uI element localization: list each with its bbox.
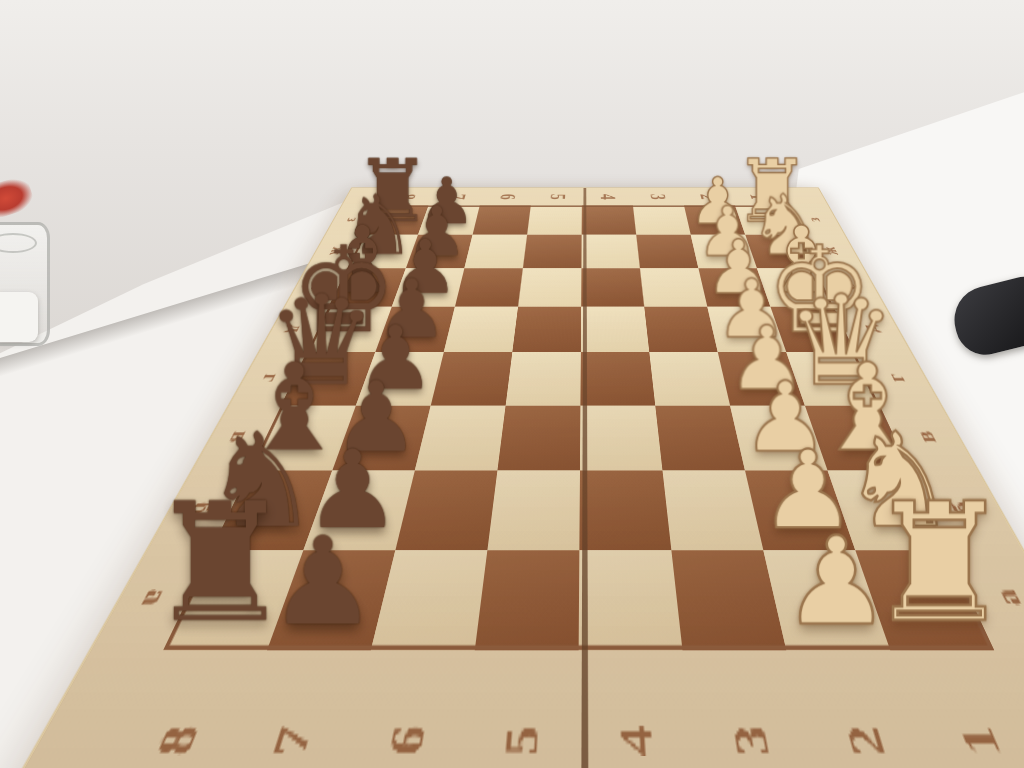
far-edge-band-cell: 3 bbox=[631, 188, 684, 205]
board-square[interactable] bbox=[579, 550, 683, 650]
photo-scene: { "game": "chess", "scene": { "descripti… bbox=[0, 0, 1024, 768]
rank-label: 4 bbox=[608, 724, 663, 754]
board-square[interactable] bbox=[455, 268, 523, 307]
board-square[interactable] bbox=[444, 307, 518, 352]
board-square[interactable] bbox=[581, 235, 640, 268]
board-square[interactable] bbox=[662, 471, 763, 551]
board-square[interactable] bbox=[527, 205, 582, 234]
board-square[interactable] bbox=[581, 307, 649, 352]
board-square[interactable] bbox=[649, 352, 730, 406]
rank-label: 3 bbox=[645, 194, 669, 200]
board-square[interactable] bbox=[523, 235, 582, 268]
board-square[interactable] bbox=[636, 235, 698, 268]
board-square[interactable] bbox=[506, 352, 581, 406]
board-square[interactable] bbox=[579, 471, 671, 551]
board-square[interactable] bbox=[497, 406, 580, 471]
rank-label: 8 bbox=[144, 724, 211, 754]
rank-label: 4 bbox=[595, 194, 619, 200]
board-square[interactable]: ♜ bbox=[855, 550, 994, 650]
chessboard-perspective-wrap: 87654321з♜♟♟♜зж♞♟♟♞же♝♟♟♝ед♚♟♟♚дг♛♟♟♛гв♝… bbox=[0, 188, 1024, 768]
board-square[interactable] bbox=[633, 205, 691, 234]
board-square[interactable] bbox=[580, 352, 655, 406]
board-square[interactable] bbox=[487, 471, 580, 551]
rank-label: 6 bbox=[376, 724, 435, 754]
board-square[interactable] bbox=[431, 352, 513, 406]
rank-label: 2 bbox=[833, 724, 896, 754]
rank-label: 5 bbox=[545, 194, 569, 200]
board-square[interactable] bbox=[580, 406, 663, 471]
board-square[interactable]: ♟ bbox=[267, 550, 395, 650]
rank-label: 5 bbox=[492, 724, 548, 754]
far-edge-band-cell: 6 bbox=[480, 188, 533, 205]
board-square[interactable] bbox=[644, 307, 718, 352]
board-square[interactable] bbox=[582, 205, 637, 234]
far-edge-band-cell: 5 bbox=[531, 188, 582, 205]
chess-piece-black-pawn[interactable]: ♟ bbox=[267, 525, 376, 640]
board-square[interactable] bbox=[518, 268, 581, 307]
board-square[interactable] bbox=[475, 550, 580, 650]
board-square[interactable] bbox=[464, 235, 527, 268]
board-square[interactable] bbox=[581, 268, 644, 307]
rank-label: 6 bbox=[495, 194, 520, 200]
chess-piece-white-rook[interactable]: ♜ bbox=[865, 485, 1012, 640]
rank-label: 3 bbox=[721, 724, 780, 754]
board-square[interactable] bbox=[395, 471, 497, 551]
board-square[interactable] bbox=[473, 205, 531, 234]
board-square[interactable] bbox=[512, 307, 581, 352]
far-edge-band-cell: 4 bbox=[582, 188, 633, 205]
rank-label: 1 bbox=[946, 724, 1012, 754]
chessboard: 87654321з♜♟♟♜зж♞♟♟♞же♝♟♟♝ед♚♟♟♚дг♛♟♟♛гв♝… bbox=[0, 188, 1024, 768]
board-square[interactable] bbox=[640, 268, 707, 307]
board-square[interactable] bbox=[415, 406, 506, 471]
rank-label: 7 bbox=[260, 724, 323, 754]
